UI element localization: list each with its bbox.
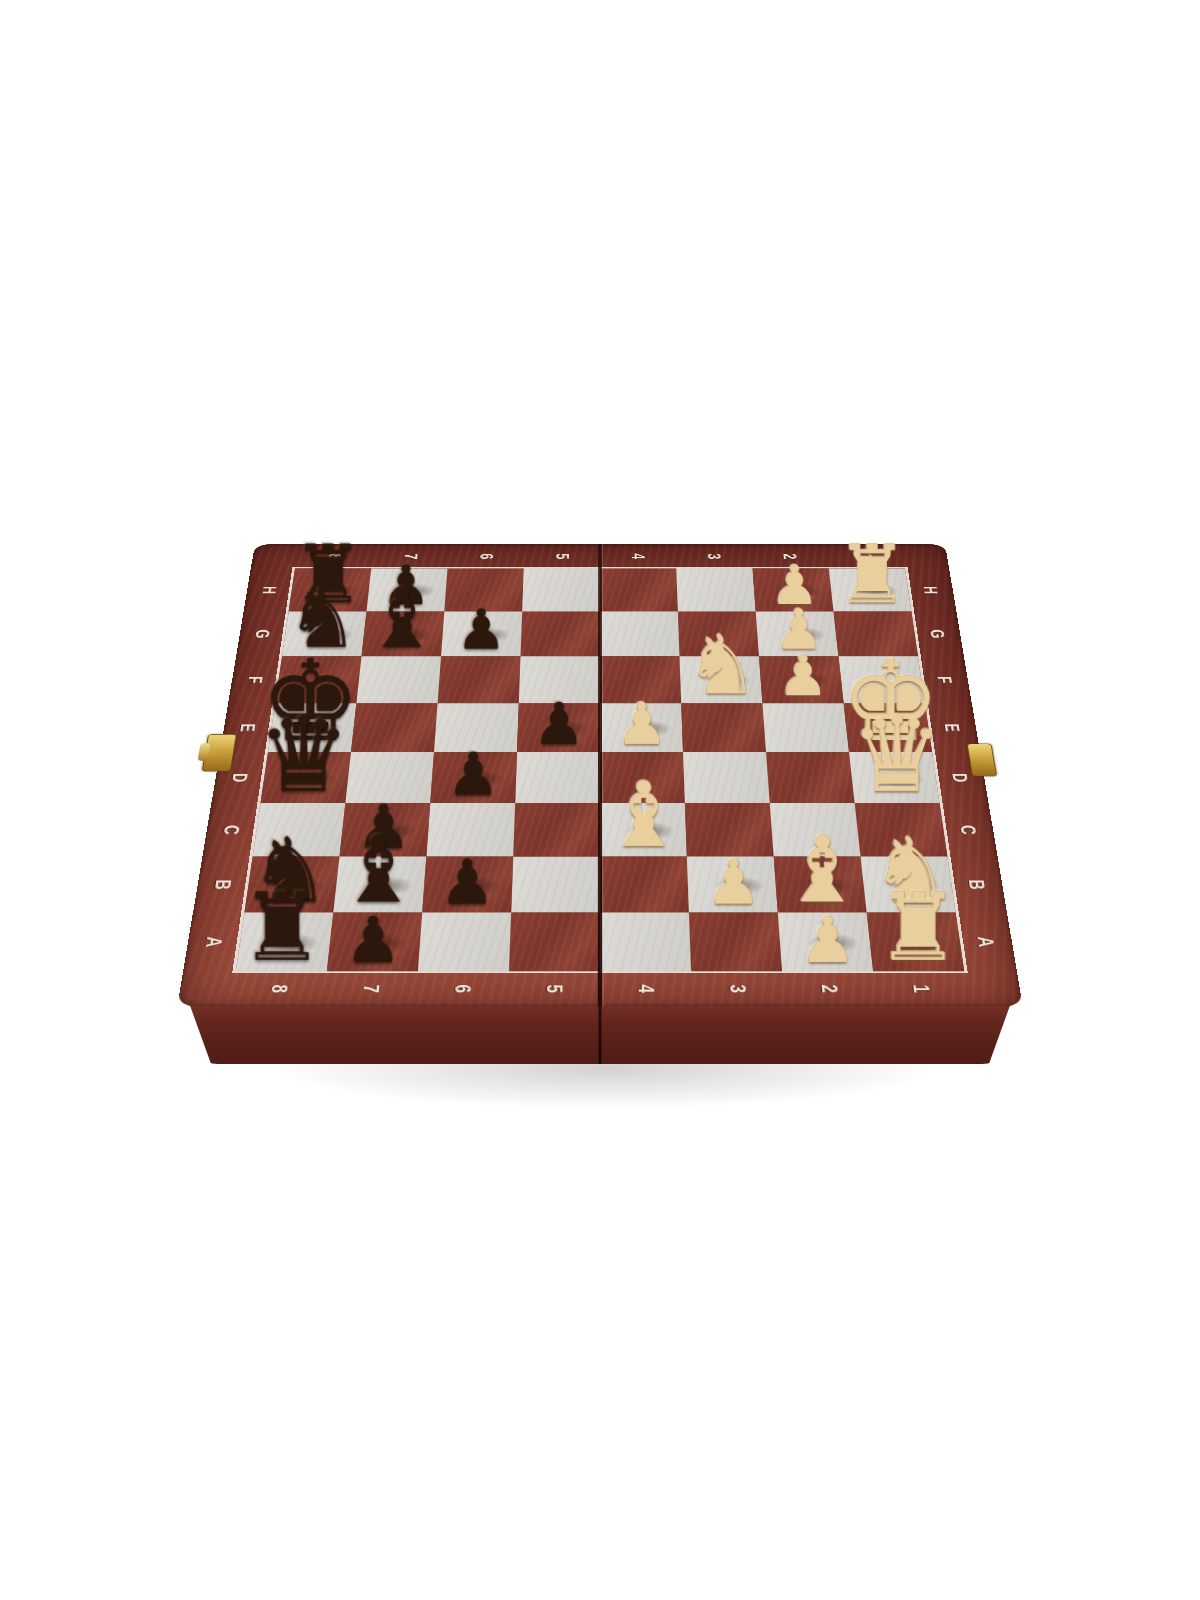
- file-label-right-g: G: [911, 611, 964, 656]
- file-label-right-h: H: [905, 568, 956, 611]
- square-f2[interactable]: ♟: [759, 656, 844, 703]
- rank-label-top-2-text: 2: [778, 553, 800, 559]
- rank-label-top-6: 6: [447, 544, 524, 568]
- black-pawn-d6[interactable]: ♟: [446, 750, 499, 800]
- black-pawn-e5[interactable]: ♟: [533, 700, 585, 749]
- square-a5[interactable]: [509, 912, 600, 971]
- square-b3[interactable]: ♟: [687, 857, 778, 913]
- square-g6[interactable]: ♟: [441, 611, 522, 656]
- file-label-left-c-text: C: [219, 825, 245, 835]
- square-h4[interactable]: [600, 568, 678, 611]
- square-d8[interactable]: ♛: [260, 752, 351, 803]
- white-queen-d1[interactable]: ♛: [850, 711, 943, 800]
- rank-label-top-5-text: 5: [551, 553, 573, 559]
- file-label-left-b-text: B: [210, 879, 237, 889]
- rank-label-bottom-8-text: 8: [265, 984, 293, 993]
- square-d6[interactable]: ♟: [430, 752, 517, 803]
- rank-label-bottom-3-text: 3: [724, 984, 751, 993]
- file-label-right-a: A: [956, 912, 1017, 971]
- rank-label-top-4-text: 4: [627, 553, 649, 559]
- square-e7[interactable]: [351, 703, 438, 752]
- square-f3[interactable]: ♞: [679, 656, 762, 703]
- rank-label-bottom-1: 1: [873, 971, 969, 1006]
- file-label-right-c-text: C: [955, 825, 981, 835]
- black-pawn-a7[interactable]: ♟: [344, 914, 401, 968]
- file-label-right-f-text: F: [932, 676, 956, 683]
- file-label-left-a: A: [183, 912, 244, 971]
- white-pawn-b3[interactable]: ♟: [705, 856, 761, 909]
- square-c4[interactable]: ♝: [600, 803, 687, 856]
- file-label-left-h-text: H: [258, 586, 282, 594]
- black-pawn-b6[interactable]: ♟: [439, 856, 495, 909]
- square-d5[interactable]: [515, 752, 600, 803]
- square-e2[interactable]: [762, 703, 849, 752]
- file-label-left-g: G: [236, 611, 289, 656]
- white-rook-a1[interactable]: ♜: [876, 887, 960, 967]
- square-a1[interactable]: ♜: [867, 912, 965, 971]
- square-a2[interactable]: ♟: [778, 912, 873, 971]
- rank-label-bottom-2: 2: [782, 971, 877, 1006]
- file-label-left-f-text: F: [243, 676, 267, 683]
- square-a8[interactable]: ♜: [236, 912, 334, 971]
- rank-label-bottom-6: 6: [415, 971, 509, 1006]
- black-bishop-b7[interactable]: ♝: [337, 831, 419, 909]
- file-label-left-h: H: [244, 568, 295, 611]
- square-a7[interactable]: ♟: [327, 912, 422, 971]
- square-h5[interactable]: [522, 568, 600, 611]
- rank-label-bottom-7-text: 7: [357, 984, 384, 993]
- white-knight-f3[interactable]: ♞: [685, 630, 759, 700]
- white-bishop-c4[interactable]: ♝: [603, 777, 684, 853]
- rank-label-top-4: 4: [600, 544, 676, 568]
- rank-label-top-7: 7: [371, 544, 449, 568]
- rank-label-bottom-5-text: 5: [541, 984, 568, 993]
- square-a4[interactable]: [600, 912, 691, 971]
- rank-label-top-5: 5: [524, 544, 600, 568]
- rank-label-top-1-text: 1: [854, 553, 877, 559]
- file-label-left-d-text: D: [227, 773, 253, 782]
- rank-label-bottom-8: 8: [231, 971, 327, 1006]
- square-h1[interactable]: ♜: [829, 568, 912, 611]
- white-pawn-a2[interactable]: ♟: [799, 914, 856, 968]
- white-pawn-f2[interactable]: ♟: [777, 652, 828, 700]
- square-a3[interactable]: [689, 912, 782, 971]
- square-b5[interactable]: [511, 857, 600, 913]
- chess-board: ♜♟♟♜♞♝♟♟♞♟♚♟♟♚♛♟♛♟♝♞♝♟♟♝♞♜♟♟♜ HHGGFFEEDD…: [177, 544, 1023, 1006]
- white-bishop-b2[interactable]: ♝: [781, 831, 863, 909]
- square-d1[interactable]: ♛: [849, 752, 940, 803]
- rank-label-bottom-1-text: 1: [907, 984, 935, 993]
- file-label-right-d-text: D: [947, 773, 973, 782]
- file-label-right-h-text: H: [919, 586, 943, 594]
- rank-label-top-1: 1: [826, 544, 905, 568]
- square-f6[interactable]: [438, 656, 521, 703]
- square-f7[interactable]: [356, 656, 441, 703]
- black-rook-a8[interactable]: ♜: [240, 887, 324, 967]
- black-pawn-g6[interactable]: ♟: [456, 606, 506, 653]
- rank-label-bottom-6-text: 6: [449, 984, 476, 993]
- square-g4[interactable]: [600, 611, 679, 656]
- rank-label-top-2: 2: [751, 544, 829, 568]
- square-b6[interactable]: ♟: [422, 857, 513, 913]
- square-g7[interactable]: ♝: [362, 611, 445, 656]
- rank-label-top-3: 3: [675, 544, 752, 568]
- file-label-right-b-text: B: [963, 879, 990, 889]
- square-d2[interactable]: [766, 752, 855, 803]
- square-e4[interactable]: ♟: [600, 703, 683, 752]
- rank-label-top-7-text: 7: [399, 553, 421, 559]
- rank-label-top-8: 8: [295, 544, 374, 568]
- scene: ♜♟♟♜♞♝♟♟♞♟♚♟♟♚♛♟♛♟♝♞♝♟♟♝♞♜♟♟♜ HHGGFFEEDD…: [0, 0, 1200, 1600]
- file-label-left-a-text: A: [200, 936, 228, 947]
- black-bishop-g7[interactable]: ♝: [365, 584, 439, 654]
- rank-label-bottom-2-text: 2: [816, 984, 843, 993]
- file-label-right-a-text: A: [972, 936, 1000, 947]
- rank-label-bottom-3: 3: [691, 971, 785, 1006]
- rank-label-bottom-4: 4: [600, 971, 692, 1006]
- file-label-left-g-text: G: [251, 629, 275, 638]
- file-label-right-g-text: G: [925, 629, 949, 638]
- black-queen-d8[interactable]: ♛: [257, 711, 350, 800]
- square-d3[interactable]: [683, 752, 770, 803]
- square-h3[interactable]: [676, 568, 755, 611]
- square-c5[interactable]: [513, 803, 600, 856]
- rank-label-top-8-text: 8: [323, 553, 346, 559]
- rank-label-bottom-7: 7: [323, 971, 418, 1006]
- square-e3[interactable]: [681, 703, 766, 752]
- square-e5[interactable]: ♟: [517, 703, 600, 752]
- square-g5[interactable]: [521, 611, 600, 656]
- rank-label-bottom-4-text: 4: [633, 984, 660, 993]
- square-b4[interactable]: [600, 857, 689, 913]
- rank-label-bottom-5: 5: [508, 971, 600, 1006]
- rank-label-top-6-text: 6: [475, 553, 497, 559]
- square-a6[interactable]: [418, 912, 511, 971]
- white-pawn-e4[interactable]: ♟: [615, 700, 667, 749]
- rank-label-top-3-text: 3: [703, 553, 725, 559]
